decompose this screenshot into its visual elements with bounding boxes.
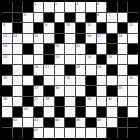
crossword-cell[interactable]	[118, 97, 128, 107]
clue-number: 14	[13, 34, 17, 37]
clue-number: 11	[87, 23, 91, 26]
crossword-cell[interactable]	[2, 107, 12, 117]
clue-number: 21	[76, 44, 80, 47]
block-cell	[97, 55, 107, 65]
clue-number: 34	[55, 86, 59, 89]
crossword-cell[interactable]: 24	[86, 55, 96, 65]
clue-number: 13	[3, 34, 7, 37]
crossword-cell[interactable]: 31	[65, 76, 75, 86]
block-cell	[44, 86, 54, 96]
crossword-cell[interactable]: 44	[55, 118, 65, 128]
block-cell	[23, 65, 33, 75]
block-cell	[2, 86, 12, 96]
clue-number: 31	[66, 76, 70, 79]
block-cell	[86, 86, 96, 96]
crossword-cell[interactable]: 7	[107, 13, 117, 23]
crossword-cell[interactable]: 16	[86, 34, 96, 44]
crossword-cell[interactable]	[65, 107, 75, 117]
clue-number: 5	[24, 13, 26, 16]
crossword-cell[interactable]	[97, 128, 107, 138]
block-cell	[118, 118, 128, 128]
crossword-cell[interactable]: 17	[97, 34, 107, 44]
crossword-cell[interactable]	[23, 118, 33, 128]
block-cell	[128, 128, 138, 138]
crossword-cell[interactable]	[86, 65, 96, 75]
crossword-cell[interactable]: 26	[34, 65, 44, 75]
crossword-cell[interactable]	[55, 65, 65, 75]
crossword-cell[interactable]	[107, 118, 117, 128]
crossword-cell[interactable]: 43	[34, 118, 44, 128]
clue-number: 8	[3, 23, 5, 26]
crossword-cell[interactable]: 35	[118, 86, 128, 96]
clue-number: 1	[34, 2, 36, 5]
clue-number: 9	[45, 23, 47, 26]
crossword-cell[interactable]: 45	[76, 118, 86, 128]
crossword-cell[interactable]: 13	[2, 34, 12, 44]
crossword-cell[interactable]	[118, 55, 128, 65]
crossword-cell[interactable]: 9	[44, 23, 54, 33]
crossword-cell[interactable]	[97, 86, 107, 96]
crossword-cell[interactable]: 4	[97, 2, 107, 12]
crossword-cell[interactable]: 32	[128, 76, 138, 86]
crossword-cell[interactable]	[55, 76, 65, 86]
clue-number: 27	[45, 65, 49, 68]
clue-number: 19	[3, 44, 7, 47]
block-cell	[65, 65, 75, 75]
block-cell	[128, 65, 138, 75]
crossword-cell[interactable]	[128, 86, 138, 96]
crossword-cell[interactable]: 5	[23, 13, 33, 23]
crossword-cell[interactable]	[23, 23, 33, 33]
crossword-cell[interactable]	[13, 97, 23, 107]
crossword-cell[interactable]	[128, 55, 138, 65]
crossword-cell[interactable]: 10	[65, 23, 75, 33]
crossword-cell[interactable]	[23, 76, 33, 86]
crossword-cell[interactable]	[76, 13, 86, 23]
crossword-cell[interactable]	[23, 34, 33, 44]
crossword-cell[interactable]: 36	[2, 97, 12, 107]
clue-number: 6	[97, 13, 99, 16]
crossword-cell[interactable]	[55, 13, 65, 23]
crossword-cell[interactable]	[34, 13, 44, 23]
crossword-cell[interactable]: 27	[44, 65, 54, 75]
crossword-cell[interactable]	[118, 76, 128, 86]
crossword-cell[interactable]	[44, 107, 54, 117]
clue-number: 15	[34, 34, 38, 37]
block-cell	[97, 23, 107, 33]
clue-number: 37	[34, 97, 38, 100]
crossword-cell[interactable]: 8	[2, 23, 12, 33]
crossword-cell[interactable]	[86, 128, 96, 138]
clue-number: 12	[129, 23, 133, 26]
crossword-cell[interactable]: 38	[44, 97, 54, 107]
crossword-cell[interactable]	[118, 44, 128, 54]
block-cell	[86, 76, 96, 86]
block-cell	[65, 118, 75, 128]
crossword-cell[interactable]	[97, 76, 107, 86]
block-cell	[128, 2, 138, 12]
crossword-cell[interactable]: 37	[34, 97, 44, 107]
crossword-cell[interactable]	[65, 55, 75, 65]
block-cell	[13, 107, 23, 117]
clue-number: 47	[34, 128, 38, 131]
crossword-cell[interactable]: 1	[34, 2, 44, 12]
crossword-cell[interactable]: 11	[86, 23, 96, 33]
clue-number: 38	[45, 97, 49, 100]
crossword-cell[interactable]	[107, 23, 117, 33]
block-cell	[107, 65, 117, 75]
block-cell	[128, 13, 138, 23]
clue-number: 30	[3, 76, 7, 79]
block-cell	[76, 97, 86, 107]
clue-number: 42	[13, 118, 17, 121]
clue-number: 35	[118, 86, 122, 89]
block-cell	[107, 34, 117, 44]
block-cell	[2, 13, 12, 23]
clue-number: 2	[55, 2, 57, 5]
clue-number: 39	[87, 97, 91, 100]
crossword-cell[interactable]: 22	[2, 55, 12, 65]
crossword-cell[interactable]	[34, 55, 44, 65]
crossword-cell[interactable]	[86, 2, 96, 12]
crossword-cell[interactable]	[76, 86, 86, 96]
block-cell	[34, 107, 44, 117]
block-cell	[86, 13, 96, 23]
block-cell	[34, 76, 44, 86]
block-cell	[13, 23, 23, 33]
block-cell	[2, 65, 12, 75]
crossword-cell[interactable]	[128, 97, 138, 107]
block-cell	[13, 2, 23, 12]
block-cell	[44, 118, 54, 128]
clue-number: 28	[76, 65, 80, 68]
block-cell	[44, 55, 54, 65]
clue-number: 29	[97, 65, 101, 68]
crossword-cell[interactable]: 34	[55, 86, 65, 96]
crossword-cell[interactable]	[76, 55, 86, 65]
clue-number: 3	[76, 2, 78, 5]
crossword-cell[interactable]	[44, 128, 54, 138]
crossword-cell[interactable]: 30	[2, 76, 12, 86]
crossword-cell[interactable]	[97, 97, 107, 107]
crossword-cell[interactable]: 6	[97, 13, 107, 23]
crossword-cell[interactable]: 41	[23, 107, 33, 117]
block-cell	[13, 13, 23, 23]
block-cell	[2, 118, 12, 128]
crossword-cell[interactable]	[65, 2, 75, 12]
clue-number: 20	[55, 44, 59, 47]
clue-number: 4	[97, 2, 99, 5]
crossword-cell[interactable]: 20	[55, 44, 65, 54]
crossword-cell[interactable]	[44, 76, 54, 86]
crossword-cell[interactable]	[118, 65, 128, 75]
block-cell	[97, 107, 107, 117]
crossword-cell[interactable]	[128, 34, 138, 44]
clue-number: 17	[97, 34, 101, 37]
crossword-cell[interactable]	[76, 76, 86, 86]
clue-number: 32	[129, 76, 133, 79]
block-cell	[44, 13, 54, 23]
block-cell	[107, 128, 117, 138]
crossword-cell[interactable]	[107, 107, 117, 117]
crossword-cell[interactable]	[44, 34, 54, 44]
block-cell	[118, 107, 128, 117]
crossword-cell[interactable]	[23, 55, 33, 65]
crossword-cell[interactable]	[44, 2, 54, 12]
block-cell	[107, 44, 117, 54]
block-cell	[23, 128, 33, 138]
crossword-cell[interactable]: 39	[86, 97, 96, 107]
block-cell	[2, 2, 12, 12]
crossword-cell[interactable]	[34, 44, 44, 54]
clue-number: 7	[108, 13, 110, 16]
crossword-cell[interactable]	[86, 107, 96, 117]
block-cell	[86, 44, 96, 54]
clue-number: 45	[76, 118, 80, 121]
crossword-cell[interactable]: 23	[55, 55, 65, 65]
clue-number: 43	[34, 118, 38, 121]
crossword-cell[interactable]: 33	[34, 86, 44, 96]
crossword-cell[interactable]: 14	[13, 34, 23, 44]
block-cell	[13, 128, 23, 138]
block-cell	[128, 44, 138, 54]
crossword-cell[interactable]	[65, 97, 75, 107]
clue-number: 41	[24, 107, 28, 110]
block-cell	[34, 23, 44, 33]
block-cell	[23, 44, 33, 54]
crossword-cell[interactable]	[65, 86, 75, 96]
crossword-cell[interactable]: 47	[34, 128, 44, 138]
crossword-cell[interactable]: 19	[2, 44, 12, 54]
crossword-cell[interactable]: 29	[97, 65, 107, 75]
clue-number: 25	[108, 55, 112, 58]
block-cell	[23, 2, 33, 12]
crossword-cell[interactable]	[13, 86, 23, 96]
crossword-cell[interactable]	[65, 34, 75, 44]
crossword-cell[interactable]	[107, 76, 117, 86]
crossword-cell[interactable]	[55, 128, 65, 138]
block-cell	[76, 23, 86, 33]
clue-number: 46	[97, 118, 101, 121]
clue-number: 40	[108, 97, 112, 100]
crossword-cell[interactable]	[13, 44, 23, 54]
block-cell	[118, 128, 128, 138]
block-cell	[107, 2, 117, 12]
crossword-cell[interactable]: 3	[76, 2, 86, 12]
crossword-cell[interactable]	[118, 13, 128, 23]
crossword-cell[interactable]: 2	[55, 2, 65, 12]
crossword-cell[interactable]	[128, 107, 138, 117]
crossword-cell[interactable]	[65, 128, 75, 138]
crossword-cell[interactable]: 18	[118, 34, 128, 44]
block-cell	[44, 44, 54, 54]
crossword-cell[interactable]	[13, 76, 23, 86]
crossword-cell[interactable]	[97, 44, 107, 54]
crossword-cell[interactable]: 15	[34, 34, 44, 44]
crossword-cell[interactable]	[13, 65, 23, 75]
block-cell	[118, 2, 128, 12]
block-cell	[76, 107, 86, 117]
crossword-cell[interactable]: 46	[97, 118, 107, 128]
block-cell	[55, 23, 65, 33]
clue-number: 10	[66, 23, 70, 26]
crossword-cell[interactable]: 12	[128, 23, 138, 33]
crossword-cell[interactable]: 21	[76, 44, 86, 54]
clue-number: 24	[87, 55, 91, 58]
clue-number: 18	[118, 34, 122, 37]
block-cell	[128, 118, 138, 128]
clue-number: 33	[34, 86, 38, 89]
crossword-cell[interactable]: 40	[107, 97, 117, 107]
block-cell	[2, 128, 12, 138]
block-cell	[118, 23, 128, 33]
crossword-cell[interactable]: 25	[107, 55, 117, 65]
block-cell	[76, 34, 86, 44]
clue-number: 26	[34, 65, 38, 68]
block-cell	[107, 86, 117, 96]
block-cell	[23, 97, 33, 107]
block-cell	[23, 86, 33, 96]
crossword-cell[interactable]	[65, 44, 75, 54]
clue-number: 23	[55, 55, 59, 58]
crossword-cell[interactable]	[13, 55, 23, 65]
block-cell	[55, 107, 65, 117]
clue-number: 22	[3, 55, 7, 58]
block-cell	[86, 118, 96, 128]
clue-number: 44	[55, 118, 59, 121]
crossword-cell[interactable]	[76, 128, 86, 138]
crossword-board: 1234567891011121314151617181920212223242…	[0, 0, 140, 140]
clue-number: 16	[87, 34, 91, 37]
crossword-cell[interactable]: 28	[76, 65, 86, 75]
block-cell	[55, 97, 65, 107]
clue-number: 36	[3, 97, 7, 100]
crossword-cell[interactable]: 42	[13, 118, 23, 128]
block-cell	[65, 13, 75, 23]
block-cell	[55, 34, 65, 44]
